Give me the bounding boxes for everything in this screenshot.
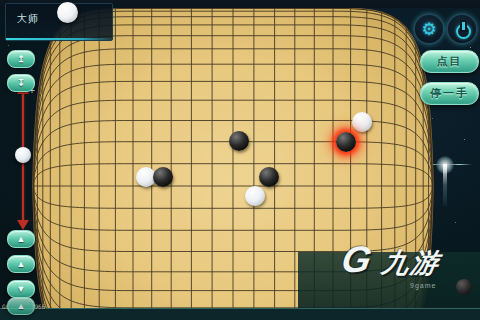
jump-to-last-icon: ↧ [17,79,25,88]
bottom-strip [0,308,480,320]
jiuyou-watermark: G 九游 9game [342,240,478,298]
step-extra-button[interactable]: ▲ [7,297,35,315]
slider-arrow-down-icon [17,220,29,230]
step-back-button[interactable]: ▲ [7,230,35,248]
white-stone [245,186,265,206]
jump-to-last-button[interactable]: ↧ [7,74,35,92]
player-panel: 大师 [5,3,113,41]
white-stone [352,112,372,132]
power-button[interactable] [446,13,478,45]
step-extra-icon: ▲ [17,302,26,311]
step-forward-icon: ▼ [17,285,26,294]
step-forward-button[interactable]: ▼ [7,280,35,298]
pass-button[interactable]: 停一手 [420,82,479,105]
player-stone-avatar [57,2,78,23]
step-back-fast-button[interactable]: ▲ [7,255,35,273]
count-points-button[interactable]: 点目 [420,50,479,73]
black-stone-last-move [336,132,356,152]
pass-label: 停一手 [430,86,469,101]
jump-to-first-button[interactable]: ↥ [7,50,35,68]
count-points-label: 点目 [437,54,463,69]
power-icon [456,23,469,36]
player-name: 大师 [17,12,39,26]
jiuyou-logo-text: 九游 [379,248,442,278]
jump-to-first-icon: ↥ [17,55,25,64]
jiuyou-logo-icon: G [338,240,374,280]
settings-button[interactable]: ⚙ [413,13,445,45]
step-back-fast-icon: ▲ [17,260,26,269]
move-slider[interactable] [14,86,32,228]
slider-knob-white-stone[interactable] [15,147,31,163]
player-panel-underline [6,38,112,40]
step-back-icon: ▲ [17,235,26,244]
black-stone [229,131,249,151]
black-stone [259,167,279,187]
gear-icon: ⚙ [421,21,436,38]
black-stone [153,167,173,187]
jiuyou-logo-subtext: 9game [410,282,436,289]
